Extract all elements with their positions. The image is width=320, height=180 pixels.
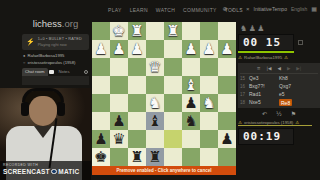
next-move-button[interactable]: ▶ (287, 66, 290, 71)
first-move-button[interactable]: |◀ (266, 66, 271, 71)
square-e3[interactable]: ♛ (146, 58, 164, 76)
captured-piece-icon: ♟ (257, 24, 266, 33)
notifications-icon[interactable]: ◔ (238, 6, 242, 12)
player-link-black[interactable]: ○ xristossotiropoulos (1958) (23, 60, 89, 65)
square-c6[interactable]: ♞ (182, 112, 200, 130)
square-a1[interactable] (218, 22, 236, 40)
square-a7[interactable]: ♟ (218, 130, 236, 148)
square-g6[interactable]: ♟ (110, 112, 128, 130)
square-g8[interactable] (110, 148, 128, 166)
white-pawn[interactable]: ♟ (130, 40, 143, 58)
square-g4[interactable] (110, 76, 128, 94)
resize-icon[interactable]: × (246, 6, 250, 12)
square-a6[interactable] (218, 112, 236, 130)
square-h4[interactable] (92, 76, 110, 94)
move-row: 16Bxg7?!Qxg7 (240, 82, 318, 90)
square-b4[interactable] (200, 76, 218, 94)
square-f6[interactable] (128, 112, 146, 130)
square-d3[interactable] (164, 58, 182, 76)
resign-flag-button[interactable]: ⚑ (291, 110, 296, 117)
player-list: ● RafaelBarbosa1995 ○ xristossotiropoulo… (23, 53, 89, 65)
square-d4[interactable] (164, 76, 182, 94)
chat-messages-area[interactable] (22, 76, 89, 85)
recorded-with-label: RECORDED WITH (3, 163, 91, 167)
move-row: 17Rad1e5 (240, 90, 318, 98)
nav-item-learn[interactable]: LEARN (130, 7, 148, 13)
square-e1[interactable] (146, 22, 164, 40)
black-pawn[interactable]: ♟ (220, 130, 233, 148)
draw-offer-button[interactable]: ½ (276, 110, 282, 117)
chat-toggle[interactable] (49, 70, 54, 74)
premove-banner[interactable]: Premove enabled - Click anywhere to canc… (92, 166, 236, 175)
white-move[interactable]: Nxe5 (249, 99, 279, 105)
square-c3[interactable] (182, 58, 200, 76)
lichess-logo[interactable]: lichess.org (22, 18, 89, 29)
move-number: 18 (240, 100, 249, 105)
bullet-icon: ⚡ (26, 37, 35, 47)
screencast-brand-right: MATIC (58, 168, 79, 175)
move-number: 17 (240, 92, 249, 97)
warning-icon: ⚠ (238, 55, 242, 60)
square-c2[interactable]: ♟ (182, 40, 200, 58)
square-e8[interactable]: ♜ (146, 148, 164, 166)
game-meta-box: ⚡ 1+0 • BULLET • RATED Playing right now (22, 34, 89, 50)
screencast-watermark: RECORDED WITH SCREENCAST MATIC (0, 161, 91, 180)
square-h5[interactable] (92, 94, 110, 112)
square-a8[interactable] (218, 148, 236, 166)
black-move[interactable]: Re8 (279, 99, 309, 105)
square-b1[interactable] (200, 22, 218, 40)
square-e5[interactable]: ♞ (146, 94, 164, 112)
square-d7[interactable] (164, 130, 182, 148)
square-b7[interactable] (200, 130, 218, 148)
game-status: Playing right now (38, 43, 82, 47)
square-h6[interactable] (92, 112, 110, 130)
square-b3[interactable] (200, 58, 218, 76)
top-clock-bar (238, 51, 294, 53)
black-move[interactable]: Kh8 (279, 75, 309, 81)
captured-pieces: ♞♟♟ (240, 24, 320, 33)
square-b2[interactable]: ♟ (200, 40, 218, 58)
black-knight[interactable]: ♞ (184, 112, 197, 130)
nav-item-watch[interactable]: WATCH (156, 7, 175, 13)
white-pawn[interactable]: ♟ (220, 40, 233, 58)
captured-piece-icon: ♞ (240, 24, 249, 33)
clock-side-icon (298, 40, 303, 45)
top-player-row[interactable]: ⚠ RafaelBarbosa1995 ⚠ (238, 55, 320, 60)
warning-icon: ⚠ (295, 120, 299, 125)
black-player-icon: ○ (23, 60, 25, 65)
square-c5[interactable]: ♟ (182, 94, 200, 112)
chat-settings-gear-icon[interactable] (84, 70, 88, 74)
last-move-button[interactable]: ▶| (296, 66, 301, 71)
white-rook[interactable]: ♜ (166, 22, 179, 40)
nav-item-play[interactable]: PLAY (108, 7, 122, 13)
white-rook[interactable]: ♜ (130, 22, 143, 40)
black-move[interactable]: Qxg7 (279, 83, 309, 89)
square-h3[interactable] (92, 58, 110, 76)
square-a4[interactable] (218, 76, 236, 94)
white-pawn[interactable]: ♟ (184, 40, 197, 58)
square-d6[interactable] (164, 112, 182, 130)
move-nav-controls: ≡|◀◀▶▶| (240, 65, 318, 74)
menu-icon[interactable]: ≡ (257, 66, 261, 71)
square-g7[interactable]: ♛ (110, 130, 128, 148)
move-number: 15 (240, 76, 249, 81)
black-queen[interactable]: ♛ (112, 130, 125, 148)
square-h7[interactable]: ♟ (92, 130, 110, 148)
headphone-left (21, 102, 29, 116)
white-pawn[interactable]: ♟ (202, 40, 215, 58)
square-f7[interactable] (128, 130, 146, 148)
white-move[interactable]: Rad1 (249, 91, 279, 97)
white-king[interactable]: ♚ (112, 22, 125, 40)
screencast-o-matic-logo-icon (51, 169, 57, 175)
square-g5[interactable] (110, 94, 128, 112)
white-queen[interactable]: ♛ (148, 58, 161, 76)
white-player-icon: ● (23, 53, 25, 58)
square-c8[interactable] (182, 148, 200, 166)
square-h1[interactable] (92, 22, 110, 40)
square-f3[interactable] (128, 58, 146, 76)
white-knight[interactable]: ♞ (148, 94, 161, 112)
square-a2[interactable]: ♟ (218, 40, 236, 58)
chat-tabs: Chat room Notes (22, 68, 89, 76)
square-d1[interactable]: ♜ (164, 22, 182, 40)
square-g1[interactable]: ♚ (110, 22, 128, 40)
move-list[interactable]: 15Qe3Kh816Bxg7?!Qxg717Rad1e518Nxe5Re8 (240, 74, 318, 106)
square-d5[interactable] (164, 94, 182, 112)
square-f1[interactable]: ♜ (128, 22, 146, 40)
black-pawn[interactable]: ♟ (112, 112, 125, 130)
square-h2[interactable]: ♟ (92, 40, 110, 58)
black-rook[interactable]: ♜ (130, 148, 143, 166)
warning-icon: ⚠ (284, 55, 288, 60)
square-d2[interactable] (164, 40, 182, 58)
square-c4[interactable]: ♝ (182, 76, 200, 94)
white-move[interactable]: Bxg7?! (249, 83, 279, 89)
headphone-right (57, 102, 65, 116)
challenge-icon[interactable]: ⊕ (222, 6, 227, 12)
language-selector[interactable]: English (291, 6, 307, 12)
white-pawn[interactable]: ♟ (112, 40, 125, 58)
move-number: 16 (240, 84, 249, 89)
white-pawn[interactable]: ♟ (94, 40, 107, 58)
square-f2[interactable]: ♟ (128, 40, 146, 58)
square-c7[interactable] (182, 130, 200, 148)
square-e2[interactable] (146, 40, 164, 58)
square-e7[interactable] (146, 130, 164, 148)
game-side-panel: ♞♟♟ 00 15 ⚠ RafaelBarbosa1995 ⚠ ≡|◀◀▶▶| … (238, 20, 320, 145)
screencast-brand-left: SCREENCAST (3, 168, 50, 175)
square-c1[interactable] (182, 22, 200, 40)
square-f5[interactable] (128, 94, 146, 112)
chess-board[interactable]: ♚♜♜♟♟♟♟♟♟♛♝♞♟♞♟♝♞♟♛♟♚♜♜ (92, 22, 236, 166)
square-f8[interactable]: ♜ (128, 148, 146, 166)
prev-move-button[interactable]: ◀ (277, 66, 280, 71)
square-g3[interactable] (110, 58, 128, 76)
player-link-white[interactable]: ● RafaelBarbosa1995 (23, 53, 89, 58)
square-f4[interactable] (128, 76, 146, 94)
takeback-button[interactable]: ↶ (262, 110, 267, 117)
move-row: 18Nxe5Re8 (240, 98, 318, 106)
square-e4[interactable] (146, 76, 164, 94)
white-knight[interactable]: ♞ (202, 94, 215, 112)
shirt-collar (34, 126, 52, 138)
header-right: ⊕ ♪ ◔ × InitiativeTempo English ▦ (222, 6, 317, 12)
top-player-name[interactable]: RafaelBarbosa1995 (244, 55, 282, 60)
game-meta-line: 1+0 • BULLET • RATED (38, 37, 82, 41)
top-player-clock: 00 15 (238, 34, 294, 51)
black-king[interactable]: ♚ (94, 148, 107, 166)
square-b6[interactable] (200, 112, 218, 130)
webcam-overlay: RECORDED WITH SCREENCAST MATIC (0, 88, 91, 180)
nav-item-community[interactable]: COMMUNITY (183, 7, 217, 13)
black-move[interactable]: e5 (279, 91, 309, 97)
game-controls: ↶½⚑ (238, 110, 320, 117)
square-d8[interactable] (164, 148, 182, 166)
square-b8[interactable] (200, 148, 218, 166)
bottom-player-clock: 00:19 (238, 128, 294, 145)
square-a5[interactable] (218, 94, 236, 112)
grid-menu-icon[interactable]: ▦ (311, 6, 317, 12)
square-b5[interactable]: ♞ (200, 94, 218, 112)
streamer-face (29, 96, 57, 126)
left-sidebar: lichess.org ⚡ 1+0 • BULLET • RATED Playi… (22, 18, 89, 85)
bottom-player-name[interactable]: xristossotiropoulos (1958) (244, 120, 293, 125)
black-pawn[interactable]: ♟ (184, 94, 197, 112)
sound-icon[interactable]: ♪ (231, 6, 234, 12)
square-g2[interactable]: ♟ (110, 40, 128, 58)
move-list-box: ≡|◀◀▶▶| 15Qe3Kh816Bxg7?!Qxg717Rad1e518Nx… (238, 63, 320, 108)
bottom-clock-bar (238, 125, 312, 127)
square-e6[interactable]: ♝ (146, 112, 164, 130)
white-move[interactable]: Qe3 (249, 75, 279, 81)
square-h8[interactable]: ♚ (92, 148, 110, 166)
black-pawn[interactable]: ♟ (94, 130, 107, 148)
warning-icon: ⚠ (238, 120, 242, 125)
black-rook[interactable]: ♜ (148, 148, 161, 166)
tab-notes[interactable]: Notes (56, 68, 73, 76)
logged-in-username[interactable]: InitiativeTempo (254, 6, 287, 12)
move-row: 15Qe3Kh8 (240, 74, 318, 82)
square-a3[interactable] (218, 58, 236, 76)
white-bishop[interactable]: ♝ (184, 76, 197, 94)
tab-chat-room[interactable]: Chat room (22, 68, 48, 76)
black-bishop[interactable]: ♝ (148, 112, 161, 130)
